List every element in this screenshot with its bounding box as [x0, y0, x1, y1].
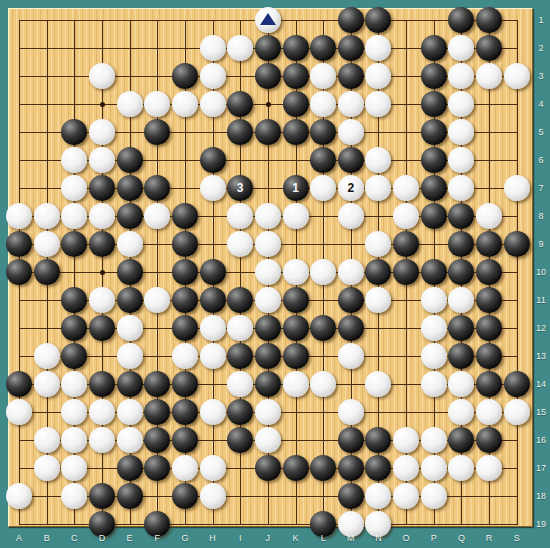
stone-black — [421, 147, 447, 173]
column-label-P: P — [424, 533, 444, 543]
stone-black — [89, 175, 115, 201]
stone-black — [172, 399, 198, 425]
stone-white — [476, 203, 502, 229]
stone-white — [200, 399, 226, 425]
stone-black — [117, 203, 143, 229]
stone-white — [200, 343, 226, 369]
column-label-Q: Q — [451, 533, 471, 543]
stone-white — [255, 259, 281, 285]
stone-black — [200, 259, 226, 285]
stone-white — [255, 287, 281, 313]
move-number-label: 2 — [347, 182, 354, 194]
stone-white — [227, 371, 253, 397]
stone-black — [227, 343, 253, 369]
stone-white — [283, 203, 309, 229]
stone-black — [117, 175, 143, 201]
row-label-3: 3 — [531, 71, 550, 81]
stone-black — [476, 287, 502, 313]
stone-white — [421, 315, 447, 341]
row-label-16: 16 — [531, 435, 550, 445]
stone-black — [255, 315, 281, 341]
column-label-O: O — [396, 533, 416, 543]
stone-white — [34, 343, 60, 369]
stone-black — [227, 119, 253, 145]
stone-white — [255, 7, 281, 33]
stone-white — [283, 259, 309, 285]
stone-black — [172, 231, 198, 257]
stone-black — [227, 399, 253, 425]
stone-black — [476, 259, 502, 285]
stone-black — [172, 259, 198, 285]
stone-white — [421, 371, 447, 397]
stone-black — [504, 231, 530, 257]
stone-black — [421, 175, 447, 201]
stone-black — [227, 91, 253, 117]
stone-white — [89, 287, 115, 313]
stone-black — [476, 231, 502, 257]
stone-white — [504, 399, 530, 425]
stone-black — [89, 371, 115, 397]
stone-white — [393, 455, 419, 481]
stone-white — [200, 91, 226, 117]
stone-white — [227, 203, 253, 229]
stone-white — [34, 231, 60, 257]
stone-black — [310, 35, 336, 61]
stone-black — [172, 427, 198, 453]
stone-black — [393, 259, 419, 285]
stone-white — [476, 399, 502, 425]
stone-black — [255, 35, 281, 61]
stone-white — [6, 203, 32, 229]
column-label-B: B — [37, 533, 57, 543]
stone-black — [393, 231, 419, 257]
stone-white — [34, 455, 60, 481]
stone-white — [117, 315, 143, 341]
stone-black — [338, 147, 364, 173]
stone-black — [421, 63, 447, 89]
stone-black — [172, 203, 198, 229]
stone-white — [200, 63, 226, 89]
row-label-10: 10 — [531, 267, 550, 277]
row-label-8: 8 — [531, 211, 550, 221]
stone-black: 1 — [283, 175, 309, 201]
stone-white: 2 — [338, 175, 364, 201]
stone-black — [338, 63, 364, 89]
stone-white — [89, 147, 115, 173]
stone-black — [421, 91, 447, 117]
stone-black — [310, 119, 336, 145]
stone-white — [172, 455, 198, 481]
stone-white — [6, 399, 32, 425]
stone-white — [117, 91, 143, 117]
stone-white — [421, 343, 447, 369]
stone-black — [255, 455, 281, 481]
stone-white — [393, 203, 419, 229]
stone-white — [310, 175, 336, 201]
stone-white — [338, 343, 364, 369]
stone-white — [421, 483, 447, 509]
stone-white — [255, 231, 281, 257]
stone-white — [421, 455, 447, 481]
stone-black — [476, 343, 502, 369]
stone-black — [338, 483, 364, 509]
stone-white — [117, 399, 143, 425]
stone-black — [421, 119, 447, 145]
stone-white — [504, 175, 530, 201]
stone-white — [34, 371, 60, 397]
stone-black — [117, 147, 143, 173]
stone-white — [117, 427, 143, 453]
star-point — [100, 270, 105, 275]
stone-black — [255, 371, 281, 397]
stone-white — [200, 483, 226, 509]
stone-black — [172, 63, 198, 89]
stone-black — [200, 287, 226, 313]
stone-black — [476, 35, 502, 61]
stone-white — [227, 315, 253, 341]
stone-white — [421, 427, 447, 453]
grid-vline — [517, 20, 518, 525]
stone-white — [476, 455, 502, 481]
stone-white — [310, 63, 336, 89]
stone-white — [117, 343, 143, 369]
stone-black — [6, 231, 32, 257]
column-label-L: L — [313, 533, 333, 543]
stone-white — [200, 315, 226, 341]
column-label-M: M — [341, 533, 361, 543]
stone-white — [200, 35, 226, 61]
stone-black — [283, 343, 309, 369]
stone-black — [34, 259, 60, 285]
stone-black — [89, 231, 115, 257]
stone-black — [255, 343, 281, 369]
stone-white — [393, 483, 419, 509]
stone-white — [89, 119, 115, 145]
stone-white — [89, 427, 115, 453]
stone-black — [117, 259, 143, 285]
stone-white — [255, 203, 281, 229]
stone-white — [89, 63, 115, 89]
stone-white — [421, 287, 447, 313]
stone-black — [338, 455, 364, 481]
stone-black — [117, 287, 143, 313]
stone-white — [172, 91, 198, 117]
column-label-D: D — [92, 533, 112, 543]
stone-white — [34, 203, 60, 229]
stone-black — [200, 147, 226, 173]
stone-white — [6, 483, 32, 509]
row-label-9: 9 — [531, 239, 550, 249]
stone-white — [255, 399, 281, 425]
stone-black — [89, 483, 115, 509]
stone-black — [476, 427, 502, 453]
stone-black — [172, 287, 198, 313]
stone-black — [227, 287, 253, 313]
row-label-6: 6 — [531, 155, 550, 165]
go-board-screenshot: 312 ABCDEFGHIJKLMNOPQRS 1234567891011121… — [0, 0, 550, 548]
row-label-1: 1 — [531, 15, 550, 25]
stone-black — [338, 7, 364, 33]
stone-black — [227, 427, 253, 453]
row-label-15: 15 — [531, 407, 550, 417]
row-label-11: 11 — [531, 295, 550, 305]
stone-black — [338, 315, 364, 341]
stone-black — [6, 259, 32, 285]
stone-white — [310, 91, 336, 117]
column-label-K: K — [286, 533, 306, 543]
stone-black — [255, 119, 281, 145]
column-label-J: J — [258, 533, 278, 543]
stone-black — [283, 455, 309, 481]
triangle-marker-icon — [260, 13, 276, 25]
move-number-label: 3 — [237, 182, 244, 194]
stone-white — [200, 175, 226, 201]
stone-white — [338, 399, 364, 425]
stone-black — [421, 259, 447, 285]
stone-black — [338, 427, 364, 453]
stone-black — [283, 315, 309, 341]
stone-black — [338, 287, 364, 313]
stone-black — [504, 371, 530, 397]
row-label-14: 14 — [531, 379, 550, 389]
stone-black — [283, 35, 309, 61]
stone-black — [283, 63, 309, 89]
row-label-12: 12 — [531, 323, 550, 333]
row-label-7: 7 — [531, 183, 550, 193]
stone-white — [310, 259, 336, 285]
stone-black — [310, 315, 336, 341]
stone-white — [200, 455, 226, 481]
row-label-4: 4 — [531, 99, 550, 109]
stone-black — [117, 483, 143, 509]
stone-black — [338, 35, 364, 61]
stone-white — [310, 371, 336, 397]
column-label-N: N — [368, 533, 388, 543]
stone-black — [172, 315, 198, 341]
stone-white — [504, 63, 530, 89]
stone-white — [34, 427, 60, 453]
column-label-A: A — [9, 533, 29, 543]
column-label-S: S — [507, 533, 527, 543]
stone-black — [172, 371, 198, 397]
stone-black — [421, 203, 447, 229]
stone-white — [393, 427, 419, 453]
stone-white — [227, 231, 253, 257]
row-label-5: 5 — [531, 127, 550, 137]
row-label-13: 13 — [531, 351, 550, 361]
stone-black — [476, 371, 502, 397]
stone-black: 3 — [227, 175, 253, 201]
stone-black — [117, 371, 143, 397]
stone-black — [421, 35, 447, 61]
stone-black — [476, 315, 502, 341]
stone-black — [89, 315, 115, 341]
column-label-E: E — [120, 533, 140, 543]
column-label-H: H — [203, 533, 223, 543]
row-label-17: 17 — [531, 463, 550, 473]
stone-black — [6, 371, 32, 397]
row-label-19: 19 — [531, 519, 550, 529]
stone-white — [89, 203, 115, 229]
stone-white — [283, 371, 309, 397]
stone-black — [310, 455, 336, 481]
column-label-R: R — [479, 533, 499, 543]
stone-white — [117, 231, 143, 257]
star-point — [266, 102, 271, 107]
column-label-C: C — [64, 533, 84, 543]
stone-white — [338, 203, 364, 229]
stone-white — [227, 35, 253, 61]
column-label-I: I — [230, 533, 250, 543]
stone-black — [283, 91, 309, 117]
stone-white — [89, 399, 115, 425]
row-label-18: 18 — [531, 491, 550, 501]
stone-black — [255, 63, 281, 89]
stone-white — [476, 63, 502, 89]
stone-white — [255, 427, 281, 453]
stone-black — [476, 7, 502, 33]
column-label-F: F — [147, 533, 167, 543]
column-label-G: G — [175, 533, 195, 543]
stone-black — [283, 119, 309, 145]
stone-white — [338, 259, 364, 285]
stone-black — [283, 287, 309, 313]
stone-white — [172, 343, 198, 369]
stone-white — [338, 91, 364, 117]
row-label-2: 2 — [531, 43, 550, 53]
star-point — [100, 102, 105, 107]
stone-white — [338, 119, 364, 145]
stone-white — [393, 175, 419, 201]
stone-black — [172, 483, 198, 509]
stone-black — [310, 147, 336, 173]
stone-black — [117, 455, 143, 481]
move-number-label: 1 — [292, 182, 299, 194]
